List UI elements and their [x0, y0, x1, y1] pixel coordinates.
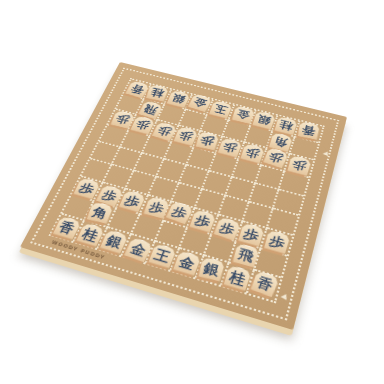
piece-kanji: 歩 [218, 221, 237, 237]
piece-kanji: 飛 [237, 247, 255, 263]
piece-kanji: 歩 [244, 147, 261, 160]
piece-gote-pawn[interactable]: 歩 [195, 131, 220, 151]
piece-kanji: 歩 [177, 130, 194, 143]
piece-sente-silver[interactable]: 銀 [197, 256, 226, 282]
piece-kanji: 王 [153, 247, 172, 264]
piece-kanji: 歩 [123, 194, 141, 209]
piece-kanji: 香 [301, 124, 316, 136]
piece-gote-knight[interactable]: 桂 [145, 84, 170, 102]
piece-kanji: 香 [255, 275, 275, 293]
board-cell-1-9[interactable]: 香 [248, 271, 280, 301]
piece-kanji: 歩 [100, 188, 119, 203]
piece-gote-lance[interactable]: 香 [297, 121, 321, 140]
piece-kanji: 角 [273, 136, 289, 149]
piece-kanji: 金 [192, 96, 209, 108]
piece-kanji: 金 [129, 241, 149, 258]
edge-marker-icon [281, 293, 290, 301]
piece-kanji: 香 [57, 220, 76, 236]
piece-kanji: 歩 [242, 227, 260, 243]
piece-kanji: 歩 [267, 151, 284, 165]
piece-kanji: 桂 [228, 269, 247, 286]
shogi-board: 香桂銀金玉金銀桂香飛角歩歩歩歩歩歩歩歩歩歩歩歩歩歩歩歩歩歩角飛香桂銀金王金銀桂香… [20, 62, 347, 330]
piece-kanji: 銀 [104, 233, 123, 249]
piece-kanji: 玉 [213, 103, 229, 115]
piece-kanji: 香 [129, 83, 146, 95]
piece-kanji: 桂 [81, 227, 100, 243]
piece-kanji: 歩 [134, 119, 151, 132]
piece-kanji: 銀 [256, 114, 272, 127]
piece-kanji: 歩 [268, 234, 286, 250]
piece-kanji: 歩 [78, 181, 97, 195]
piece-kanji: 歩 [114, 113, 131, 125]
piece-kanji: 歩 [170, 205, 189, 221]
piece-kanji: 飛 [142, 104, 159, 117]
piece-kanji: 歩 [194, 213, 212, 228]
piece-kanji: 金 [235, 109, 251, 121]
piece-sente-knight[interactable]: 桂 [223, 264, 253, 291]
piece-kanji: 桂 [149, 87, 165, 98]
piece-kanji: 銀 [202, 261, 220, 277]
piece-kanji: 歩 [291, 159, 308, 173]
piece-kanji: 歩 [156, 125, 173, 138]
piece-kanji: 金 [178, 255, 197, 272]
piece-kanji: 角 [91, 205, 109, 220]
photo-scene: 香桂銀金玉金銀桂香飛角歩歩歩歩歩歩歩歩歩歩歩歩歩歩歩歩歩歩角飛香桂銀金王金銀桂香… [0, 0, 384, 384]
piece-kanji: 歩 [148, 200, 166, 215]
edge-marker-icon [323, 150, 330, 156]
piece-kanji: 歩 [222, 141, 239, 154]
piece-kanji: 銀 [170, 93, 186, 105]
piece-kanji: 歩 [199, 135, 215, 148]
piece-kanji: 桂 [278, 119, 294, 132]
